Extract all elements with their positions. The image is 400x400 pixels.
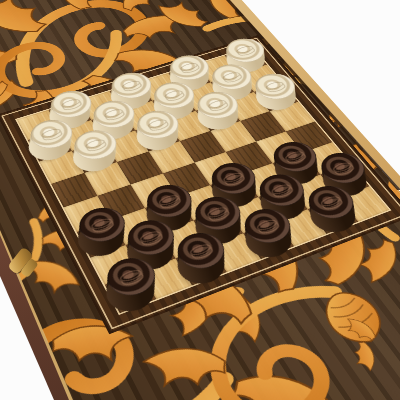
white-checker-f6[interactable]: ⛀ <box>191 98 245 134</box>
white-checker-b6[interactable]: ⛀ <box>67 137 122 176</box>
dark-checker-e1[interactable]: ⛂ <box>238 217 300 263</box>
white-checker-d6[interactable]: ⛀ <box>130 117 185 155</box>
dark-checker-c1[interactable]: ⛂ <box>170 242 232 290</box>
wooden-case: ⛀⛀⛀⛀⛀⛀⛀⛀⛀⛀⛀⛀⛂⛂⛂⛂⛂⛂⛂⛂⛂⛂⛂⛂ <box>0 0 400 400</box>
white-checker-h6[interactable]: ⛀ <box>249 80 303 115</box>
photo-scene: ⛀⛀⛀⛀⛀⛀⛀⛀⛀⛀⛀⛀⛂⛂⛂⛂⛂⛂⛂⛂⛂⛂⛂⛂ <box>0 0 400 400</box>
